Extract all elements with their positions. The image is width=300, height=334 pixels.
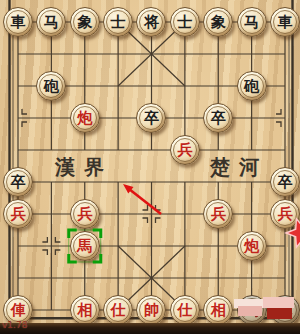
piece-glyph: 炮: [73, 106, 97, 130]
bottom-edge-band: [0, 323, 300, 334]
piece-glyph: 俥: [273, 298, 297, 322]
piece-glyph: 卒: [6, 170, 30, 194]
piece-red-cannon[interactable]: 炮: [237, 231, 267, 261]
piece-glyph: 炮: [240, 234, 264, 258]
piece-glyph: 士: [173, 10, 197, 34]
piece-black-chariot[interactable]: 車: [270, 7, 300, 37]
piece-red-horse[interactable]: 馬: [237, 295, 267, 325]
piece-glyph: 砲: [39, 74, 63, 98]
piece-red-elephant[interactable]: 相: [203, 295, 233, 325]
piece-red-soldier[interactable]: 兵: [170, 135, 200, 165]
piece-red-soldier[interactable]: 兵: [270, 199, 300, 229]
piece-black-horse[interactable]: 马: [237, 7, 267, 37]
piece-black-advisor[interactable]: 士: [170, 7, 200, 37]
piece-glyph: 卒: [139, 106, 163, 130]
piece-glyph: 車: [273, 10, 297, 34]
piece-black-elephant[interactable]: 象: [203, 7, 233, 37]
piece-glyph: 士: [106, 10, 130, 34]
piece-glyph: 相: [73, 298, 97, 322]
piece-glyph: 仕: [173, 298, 197, 322]
piece-black-soldier[interactable]: 卒: [270, 167, 300, 197]
piece-black-cannon[interactable]: 砲: [36, 71, 66, 101]
piece-glyph: 相: [206, 298, 230, 322]
piece-glyph: 象: [206, 10, 230, 34]
piece-glyph: 俥: [6, 298, 30, 322]
pieces-grid: 車马象士将士象马車砲砲卒卒卒卒炮兵兵兵兵兵馬炮俥相仕帥仕相馬俥: [1, 6, 300, 326]
piece-red-advisor[interactable]: 仕: [170, 295, 200, 325]
piece-glyph: 马: [240, 10, 264, 34]
piece-glyph: 帥: [139, 298, 163, 322]
piece-glyph: 馬: [240, 298, 264, 322]
piece-glyph: 兵: [6, 202, 30, 226]
xiangqi-board: 漢界 楚河 車马象士将士象马車砲砲卒卒卒卒炮兵兵兵兵兵馬炮俥相仕帥仕相馬俥 v1…: [0, 0, 300, 334]
piece-glyph: 兵: [273, 202, 297, 226]
piece-black-soldier[interactable]: 卒: [136, 103, 166, 133]
piece-black-soldier[interactable]: 卒: [203, 103, 233, 133]
piece-red-chariot[interactable]: 俥: [270, 295, 300, 325]
version-label: v1.78: [2, 320, 27, 330]
piece-glyph: 卒: [206, 106, 230, 130]
piece-glyph: 马: [39, 10, 63, 34]
piece-red-cannon[interactable]: 炮: [70, 103, 100, 133]
piece-glyph: 象: [73, 10, 97, 34]
piece-glyph: 将: [139, 10, 163, 34]
piece-glyph: 兵: [206, 202, 230, 226]
piece-glyph: 卒: [273, 170, 297, 194]
piece-red-soldier[interactable]: 兵: [70, 199, 100, 229]
piece-black-elephant[interactable]: 象: [70, 7, 100, 37]
piece-black-soldier[interactable]: 卒: [3, 167, 33, 197]
piece-red-general[interactable]: 帥: [136, 295, 166, 325]
piece-glyph: 兵: [73, 202, 97, 226]
piece-glyph: 車: [6, 10, 30, 34]
piece-glyph: 砲: [240, 74, 264, 98]
piece-glyph: 兵: [173, 138, 197, 162]
piece-glyph: 仕: [106, 298, 130, 322]
piece-red-soldier[interactable]: 兵: [3, 199, 33, 229]
piece-glyph: 馬: [73, 234, 97, 258]
piece-red-horse[interactable]: 馬: [70, 231, 100, 261]
piece-red-advisor[interactable]: 仕: [103, 295, 133, 325]
piece-black-general[interactable]: 将: [136, 7, 166, 37]
piece-red-soldier[interactable]: 兵: [203, 199, 233, 229]
piece-red-elephant[interactable]: 相: [70, 295, 100, 325]
piece-black-chariot[interactable]: 車: [3, 7, 33, 37]
piece-black-advisor[interactable]: 士: [103, 7, 133, 37]
piece-black-cannon[interactable]: 砲: [237, 71, 267, 101]
piece-black-horse[interactable]: 马: [36, 7, 66, 37]
